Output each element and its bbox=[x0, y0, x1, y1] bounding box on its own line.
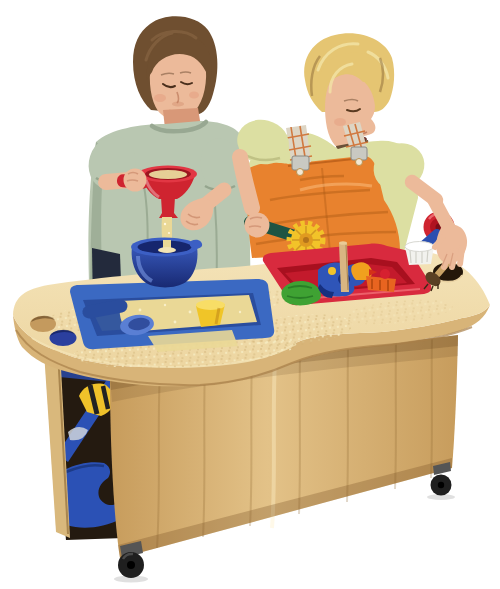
bowl-sand-splash bbox=[158, 247, 176, 253]
caster-hub-right bbox=[438, 482, 444, 488]
caster-hub-left bbox=[127, 561, 135, 569]
play-table-scene bbox=[0, 0, 500, 589]
photo-stage bbox=[0, 0, 500, 589]
toy-yellow-bit bbox=[328, 267, 336, 275]
toy-red-bit bbox=[380, 269, 390, 279]
funnel-sand bbox=[149, 170, 187, 179]
navy-scoop-handle bbox=[89, 306, 121, 312]
right-child-fist-left bbox=[245, 213, 270, 238]
white-cup bbox=[405, 242, 434, 266]
pedestal-grain-highlight bbox=[272, 360, 275, 528]
wheel-hub-center bbox=[303, 237, 309, 243]
